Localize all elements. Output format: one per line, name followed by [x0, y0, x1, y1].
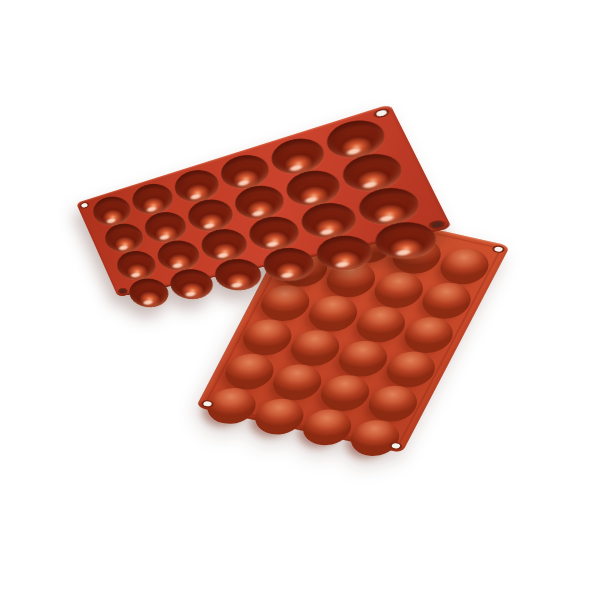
- cavity: [127, 179, 178, 218]
- cavity: [124, 275, 173, 310]
- dome: [313, 371, 376, 415]
- corner-hole: [81, 202, 89, 208]
- cavity-specular-highlight: [289, 164, 303, 172]
- cavity: [295, 198, 362, 242]
- cavity: [352, 182, 426, 229]
- cavity-specular-highlight: [203, 222, 215, 229]
- dome: [200, 384, 263, 428]
- cavity: [257, 244, 320, 285]
- dome: [433, 244, 496, 288]
- cavity-specular-highlight: [143, 299, 154, 305]
- cavity-mold-wrapper: [0, 0, 600, 600]
- dome: [236, 315, 299, 359]
- cavity-specular-highlight: [146, 206, 157, 213]
- cavity: [169, 165, 224, 206]
- cavity: [100, 220, 148, 257]
- cavity-specular-highlight: [159, 234, 170, 241]
- dome: [266, 360, 329, 404]
- dome: [397, 313, 460, 357]
- corner-hole: [430, 221, 443, 228]
- cavity: [112, 247, 161, 283]
- cavity-specular-highlight: [237, 179, 250, 187]
- corner-hole: [375, 109, 388, 117]
- cavity-specular-highlight: [320, 228, 335, 236]
- dome: [248, 395, 311, 439]
- corner-hole: [119, 288, 127, 293]
- cavity: [88, 192, 135, 229]
- cavity: [320, 114, 391, 163]
- cavity-specular-highlight: [185, 291, 197, 297]
- dome: [385, 234, 448, 278]
- dome: [320, 257, 383, 301]
- cavity-specular-highlight: [131, 272, 141, 278]
- corner-hole: [305, 204, 315, 210]
- cavity: [215, 150, 275, 194]
- cavity-mold: [76, 104, 452, 297]
- dome: [296, 405, 359, 449]
- dome: [343, 416, 406, 460]
- dome: [331, 337, 394, 381]
- cavity-specular-highlight: [190, 193, 202, 200]
- cavity: [209, 255, 267, 294]
- dome: [379, 347, 442, 391]
- cavity-specular-highlight: [363, 180, 379, 188]
- cavity-specular-highlight: [106, 217, 116, 223]
- cavity-specular-highlight: [172, 262, 183, 268]
- product-photo: [0, 0, 600, 600]
- dome: [254, 281, 317, 325]
- dome: [349, 302, 412, 346]
- dome: [367, 268, 430, 312]
- cavity: [310, 231, 378, 274]
- cavity: [139, 208, 191, 247]
- dome: [218, 350, 281, 394]
- cavity: [336, 148, 408, 196]
- dome: [337, 223, 400, 267]
- corner-hole: [202, 401, 212, 407]
- cavity: [165, 266, 218, 303]
- cavity-specular-highlight: [217, 252, 229, 259]
- dome: [415, 279, 478, 323]
- cavity: [280, 165, 346, 210]
- dome-mold-rim: [204, 205, 503, 449]
- cavity-specular-highlight: [346, 147, 361, 156]
- dome-mold-wrapper: [0, 0, 600, 600]
- corner-hole: [391, 443, 401, 449]
- cavity: [243, 212, 305, 254]
- cavity-grid: [86, 113, 434, 291]
- cavity-specular-highlight: [266, 240, 279, 247]
- corner-hole: [493, 246, 503, 252]
- dome: [284, 326, 347, 370]
- cavity: [152, 237, 204, 275]
- cavity: [196, 225, 253, 265]
- cavity-specular-highlight: [379, 214, 395, 222]
- dome: [302, 292, 365, 336]
- cavity: [229, 181, 290, 224]
- cavity: [182, 195, 238, 236]
- cavity-specular-highlight: [118, 244, 128, 250]
- cavity: [368, 217, 443, 263]
- dome: [361, 381, 424, 425]
- cavity-specular-highlight: [396, 248, 412, 256]
- cavity-specular-highlight: [231, 282, 243, 288]
- dome: [290, 212, 353, 256]
- cavity-specular-highlight: [305, 196, 319, 204]
- dome-grid: [209, 212, 497, 441]
- cavity-specular-highlight: [252, 209, 265, 216]
- cavity-specular-highlight: [281, 272, 295, 279]
- cavity-specular-highlight: [335, 261, 350, 268]
- dome-mold: [196, 200, 510, 453]
- dome: [272, 247, 335, 291]
- cavity: [265, 133, 330, 179]
